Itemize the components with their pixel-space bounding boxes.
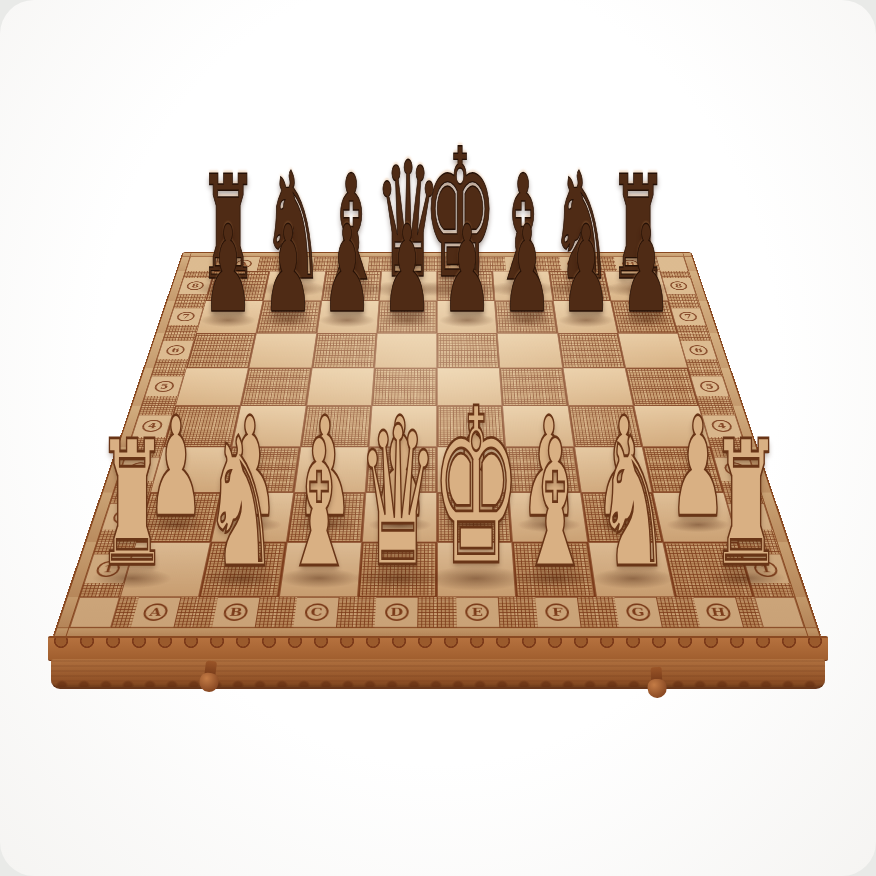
border-pattern [669,301,701,308]
border-pattern [676,325,709,333]
border-pattern [154,359,189,368]
right-rank-label-8-text: 8 [669,281,688,290]
piece-white-bishop-f1[interactable]: ♝ [518,422,591,589]
piece-black-pawn-e7[interactable]: ♟ [442,214,492,328]
pieces-layer: ♜♞♝♛♚♝♞♜♟♟♟♟♟♟♟♟♟♟♟♟♟♟♟♟♜♞♝♛♚♝♞♜ [0,0,876,876]
right-rank-label-7-text: 7 [678,312,698,321]
border-pattern [685,359,720,368]
border-pattern [688,368,723,377]
box-front-face [51,659,825,689]
file-label-a-text: A [142,603,170,620]
right-rank-label-6-text: 6 [688,345,709,355]
file-label-f-text: F [545,603,570,620]
file-label-c-text: C [304,603,329,620]
piece-black-pawn-d7[interactable]: ♟ [382,214,432,328]
piece-black-pawn-g7[interactable]: ♟ [561,214,611,328]
piece-white-knight-b1[interactable]: ♞ [203,419,277,589]
right-clasp-hook [651,667,663,686]
left-rank-label-7-text: 7 [176,312,196,321]
piece-white-rook-a1[interactable]: ♜ [96,424,168,588]
left-clasp-hook [204,660,217,679]
border-pattern [151,368,186,377]
piece-white-knight-g1[interactable]: ♞ [596,419,670,589]
piece-white-rook-h1[interactable]: ♜ [710,424,782,588]
board-front-carved-edge [48,636,828,661]
border-pattern [666,294,698,301]
piece-white-king-e1[interactable]: ♚ [431,386,521,591]
piece-black-pawn-f7[interactable]: ♟ [502,214,552,328]
piece-black-pawn-h7[interactable]: ♟ [621,214,671,328]
border-pattern [165,325,198,333]
file-label-h-text: H [705,603,733,620]
border-pattern [678,333,711,341]
piece-white-queen-d1[interactable]: ♛ [358,406,438,589]
piece-black-pawn-a7[interactable]: ♟ [203,214,253,328]
piece-white-bishop-c1[interactable]: ♝ [283,422,356,589]
left-rank-label-6-text: 6 [165,345,186,355]
border-pattern [163,333,196,341]
photo-background: ABCDEFGH8877665544332211ABCDEFGH ♜♞♝♛♚♝♞… [0,0,876,876]
piece-black-pawn-b7[interactable]: ♟ [262,214,312,328]
piece-black-pawn-c7[interactable]: ♟ [322,214,372,328]
